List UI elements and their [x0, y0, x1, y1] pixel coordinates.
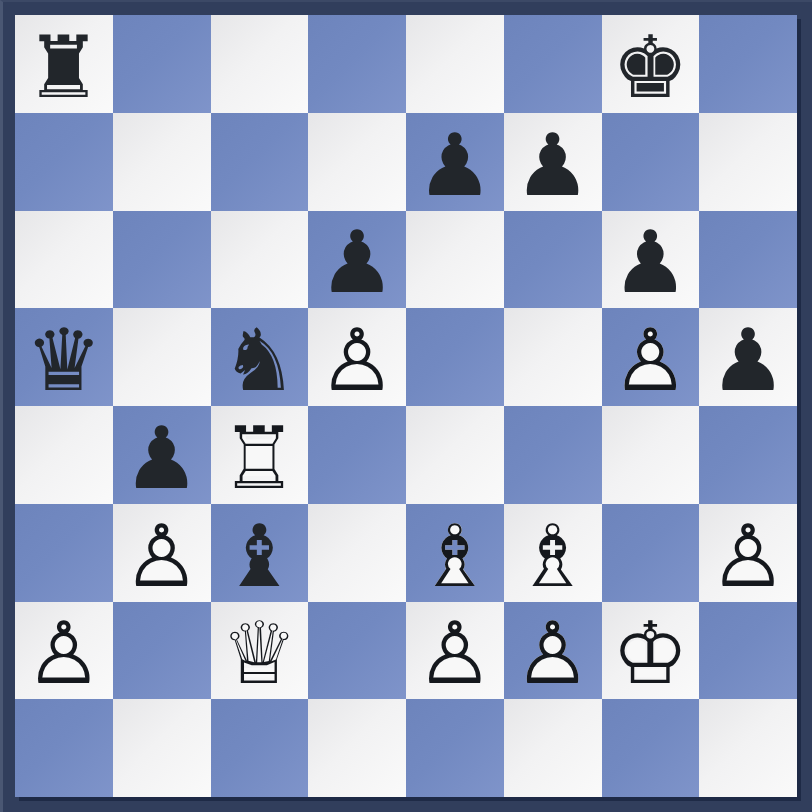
black-pawn[interactable]: ♟	[699, 308, 797, 406]
square-b3[interactable]: ♟♙	[113, 504, 211, 602]
square-d4[interactable]	[308, 406, 406, 504]
black-king[interactable]: ♚	[602, 15, 700, 113]
white-pawn[interactable]: ♟♙	[15, 602, 113, 700]
chess-board: ♜♚♟♟♟♟♛♞♟♙♟♙♟♟♜♖♟♙♝♝♗♝♗♟♙♟♙♛♕♟♙♟♙♚♔	[15, 15, 797, 797]
square-f5[interactable]	[504, 308, 602, 406]
square-g5[interactable]: ♟♙	[602, 308, 700, 406]
piece-fill-glyph: ♟	[699, 311, 797, 409]
square-g1[interactable]	[602, 699, 700, 797]
piece-fill-glyph: ♛	[15, 311, 113, 409]
piece-outline-glyph: ♕	[211, 605, 309, 703]
square-g2[interactable]: ♚♔	[602, 602, 700, 700]
black-pawn[interactable]: ♟	[602, 211, 700, 309]
square-b5[interactable]	[113, 308, 211, 406]
square-h5[interactable]: ♟	[699, 308, 797, 406]
square-d5[interactable]: ♟♙	[308, 308, 406, 406]
white-pawn[interactable]: ♟♙	[308, 308, 406, 406]
square-a3[interactable]	[15, 504, 113, 602]
square-b2[interactable]	[113, 602, 211, 700]
square-f2[interactable]: ♟♙	[504, 602, 602, 700]
white-king[interactable]: ♚♔	[602, 602, 700, 700]
piece-fill-glyph: ♟	[602, 214, 700, 312]
piece-outline-glyph: ♔	[602, 605, 700, 703]
white-rook[interactable]: ♜♖	[211, 406, 309, 504]
square-e3[interactable]: ♝♗	[406, 504, 504, 602]
black-pawn[interactable]: ♟	[113, 406, 211, 504]
square-h8[interactable]	[699, 15, 797, 113]
piece-fill-glyph: ♚	[602, 18, 700, 116]
square-c8[interactable]	[211, 15, 309, 113]
square-d1[interactable]	[308, 699, 406, 797]
square-a2[interactable]: ♟♙	[15, 602, 113, 700]
black-pawn[interactable]: ♟	[308, 211, 406, 309]
square-a4[interactable]	[15, 406, 113, 504]
square-e4[interactable]	[406, 406, 504, 504]
square-h2[interactable]	[699, 602, 797, 700]
piece-fill-glyph: ♜	[15, 18, 113, 116]
piece-outline-glyph: ♙	[602, 311, 700, 409]
square-d7[interactable]	[308, 113, 406, 211]
white-pawn[interactable]: ♟♙	[406, 602, 504, 700]
black-rook[interactable]: ♜	[15, 15, 113, 113]
chess-board-frame: ♜♚♟♟♟♟♛♞♟♙♟♙♟♟♜♖♟♙♝♝♗♝♗♟♙♟♙♛♕♟♙♟♙♚♔	[0, 0, 812, 812]
square-g3[interactable]	[602, 504, 700, 602]
square-d8[interactable]	[308, 15, 406, 113]
square-b8[interactable]	[113, 15, 211, 113]
piece-outline-glyph: ♗	[504, 507, 602, 605]
square-a7[interactable]	[15, 113, 113, 211]
square-e8[interactable]	[406, 15, 504, 113]
piece-outline-glyph: ♖	[211, 409, 309, 507]
square-f6[interactable]	[504, 211, 602, 309]
square-c6[interactable]	[211, 211, 309, 309]
square-e2[interactable]: ♟♙	[406, 602, 504, 700]
white-bishop[interactable]: ♝♗	[406, 504, 504, 602]
piece-outline-glyph: ♙	[15, 605, 113, 703]
square-c3[interactable]: ♝	[211, 504, 309, 602]
square-a8[interactable]: ♜	[15, 15, 113, 113]
piece-outline-glyph: ♙	[308, 311, 406, 409]
piece-fill-glyph: ♟	[113, 409, 211, 507]
piece-outline-glyph: ♗	[406, 507, 504, 605]
square-f3[interactable]: ♝♗	[504, 504, 602, 602]
square-e7[interactable]: ♟	[406, 113, 504, 211]
white-pawn[interactable]: ♟♙	[602, 308, 700, 406]
square-h3[interactable]: ♟♙	[699, 504, 797, 602]
square-f1[interactable]	[504, 699, 602, 797]
square-e6[interactable]	[406, 211, 504, 309]
black-pawn[interactable]: ♟	[406, 113, 504, 211]
square-g7[interactable]	[602, 113, 700, 211]
square-b4[interactable]: ♟	[113, 406, 211, 504]
square-g8[interactable]: ♚	[602, 15, 700, 113]
square-c4[interactable]: ♜♖	[211, 406, 309, 504]
piece-fill-glyph: ♟	[308, 214, 406, 312]
square-e1[interactable]	[406, 699, 504, 797]
square-c7[interactable]	[211, 113, 309, 211]
black-knight[interactable]: ♞	[211, 308, 309, 406]
white-queen[interactable]: ♛♕	[211, 602, 309, 700]
square-f8[interactable]	[504, 15, 602, 113]
white-pawn[interactable]: ♟♙	[113, 504, 211, 602]
square-e5[interactable]	[406, 308, 504, 406]
piece-fill-glyph: ♞	[211, 311, 309, 409]
square-b7[interactable]	[113, 113, 211, 211]
piece-fill-glyph: ♝	[211, 507, 309, 605]
square-d6[interactable]: ♟	[308, 211, 406, 309]
square-f7[interactable]: ♟	[504, 113, 602, 211]
square-h7[interactable]	[699, 113, 797, 211]
square-c2[interactable]: ♛♕	[211, 602, 309, 700]
white-pawn[interactable]: ♟♙	[699, 504, 797, 602]
square-h4[interactable]	[699, 406, 797, 504]
square-g4[interactable]	[602, 406, 700, 504]
square-d2[interactable]	[308, 602, 406, 700]
square-c5[interactable]: ♞	[211, 308, 309, 406]
square-a6[interactable]	[15, 211, 113, 309]
square-d3[interactable]	[308, 504, 406, 602]
white-pawn[interactable]: ♟♙	[504, 602, 602, 700]
square-b1[interactable]	[113, 699, 211, 797]
piece-outline-glyph: ♙	[406, 605, 504, 703]
square-h6[interactable]	[699, 211, 797, 309]
piece-outline-glyph: ♙	[504, 605, 602, 703]
piece-fill-glyph: ♟	[406, 116, 504, 214]
black-pawn[interactable]: ♟	[504, 113, 602, 211]
piece-fill-glyph: ♟	[504, 116, 602, 214]
black-bishop[interactable]: ♝	[211, 504, 309, 602]
square-c1[interactable]	[211, 699, 309, 797]
piece-outline-glyph: ♙	[699, 507, 797, 605]
square-a1[interactable]	[15, 699, 113, 797]
square-h1[interactable]	[699, 699, 797, 797]
square-f4[interactable]	[504, 406, 602, 504]
square-a5[interactable]: ♛	[15, 308, 113, 406]
white-bishop[interactable]: ♝♗	[504, 504, 602, 602]
piece-outline-glyph: ♙	[113, 507, 211, 605]
black-queen[interactable]: ♛	[15, 308, 113, 406]
square-g6[interactable]: ♟	[602, 211, 700, 309]
square-b6[interactable]	[113, 211, 211, 309]
